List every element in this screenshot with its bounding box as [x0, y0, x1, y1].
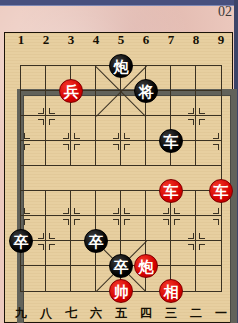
file-label-bottom: 六: [86, 306, 106, 320]
point-marker: [174, 219, 180, 225]
point-marker: [63, 208, 69, 214]
point-marker: [199, 119, 205, 125]
point-marker: [38, 108, 44, 114]
file-label-top: 8: [186, 33, 206, 47]
point-marker: [199, 244, 205, 250]
board-cell: [21, 66, 46, 91]
board-cell: [46, 266, 71, 291]
board-cell: [121, 166, 146, 191]
file-label-bottom: 三: [161, 306, 181, 320]
diagram-number: 02: [218, 4, 232, 20]
board-cell: [46, 166, 71, 191]
point-marker: [49, 108, 55, 114]
red-elephant-piece[interactable]: 相: [159, 279, 183, 303]
point-marker: [213, 208, 219, 214]
file-labels-top: 123456789: [0, 33, 238, 47]
file-label-top: 9: [211, 33, 231, 47]
point-marker: [163, 219, 169, 225]
point-marker: [63, 144, 69, 150]
point-marker: [49, 244, 55, 250]
black-general-piece[interactable]: 将: [134, 79, 158, 103]
red-chariot-piece[interactable]: 车: [159, 179, 183, 203]
point-marker: [49, 119, 55, 125]
file-label-bottom: 二: [186, 306, 206, 320]
point-marker: [24, 219, 30, 225]
point-marker: [38, 244, 44, 250]
black-soldier-piece[interactable]: 卒: [109, 254, 133, 278]
file-label-top: 2: [36, 33, 56, 47]
black-soldier-piece[interactable]: 卒: [84, 229, 108, 253]
point-marker: [124, 219, 130, 225]
point-marker: [113, 144, 119, 150]
window-top-edge: [0, 0, 238, 6]
file-label-bottom: 八: [36, 306, 56, 320]
point-marker: [124, 208, 130, 214]
file-label-top: 7: [161, 33, 181, 47]
point-marker: [24, 208, 30, 214]
board-cell: [21, 166, 46, 191]
board-cell: [71, 166, 96, 191]
board-cell: [96, 166, 121, 191]
red-soldier-piece[interactable]: 兵: [59, 79, 83, 103]
board-cell: [71, 266, 96, 291]
black-soldier-piece[interactable]: 卒: [9, 229, 33, 253]
point-marker: [188, 244, 194, 250]
point-marker: [124, 133, 130, 139]
point-marker: [24, 144, 30, 150]
file-label-bottom: 一: [211, 306, 231, 320]
file-label-bottom: 七: [61, 306, 81, 320]
board-cell: [196, 266, 221, 291]
point-marker: [63, 133, 69, 139]
file-label-top: 5: [111, 33, 131, 47]
point-marker: [113, 219, 119, 225]
black-cannon-piece[interactable]: 炮: [109, 54, 133, 78]
point-marker: [199, 233, 205, 239]
board-cell: [21, 266, 46, 291]
point-marker: [213, 133, 219, 139]
red-general-piece[interactable]: 帅: [109, 279, 133, 303]
point-marker: [188, 119, 194, 125]
point-marker: [213, 219, 219, 225]
point-marker: [74, 133, 80, 139]
point-marker: [74, 208, 80, 214]
file-labels-bottom: 九八七六五四三二一: [0, 306, 238, 320]
point-marker: [213, 144, 219, 150]
board-cell: [171, 66, 196, 91]
point-marker: [74, 144, 80, 150]
board-cell: [196, 66, 221, 91]
point-marker: [124, 144, 130, 150]
black-chariot-piece[interactable]: 车: [159, 129, 183, 153]
file-label-top: 1: [11, 33, 31, 47]
file-label-top: 3: [61, 33, 81, 47]
red-chariot-piece[interactable]: 车: [209, 179, 233, 203]
file-label-top: 4: [86, 33, 106, 47]
point-marker: [113, 133, 119, 139]
point-marker: [188, 233, 194, 239]
point-marker: [63, 219, 69, 225]
point-marker: [163, 208, 169, 214]
point-marker: [174, 208, 180, 214]
point-marker: [199, 108, 205, 114]
point-marker: [74, 219, 80, 225]
point-marker: [38, 119, 44, 125]
file-label-bottom: 五: [111, 306, 131, 320]
point-marker: [113, 208, 119, 214]
red-cannon-piece[interactable]: 炮: [134, 254, 158, 278]
point-marker: [188, 108, 194, 114]
file-label-top: 6: [136, 33, 156, 47]
point-marker: [24, 133, 30, 139]
point-marker: [38, 233, 44, 239]
file-label-bottom: 四: [136, 306, 156, 320]
point-marker: [49, 233, 55, 239]
xiangqi-app-window: 02 123456789 九八七六五四三二一 炮将兵车车车卒卒卒炮帅相: [0, 0, 238, 323]
file-label-bottom: 九: [11, 306, 31, 320]
